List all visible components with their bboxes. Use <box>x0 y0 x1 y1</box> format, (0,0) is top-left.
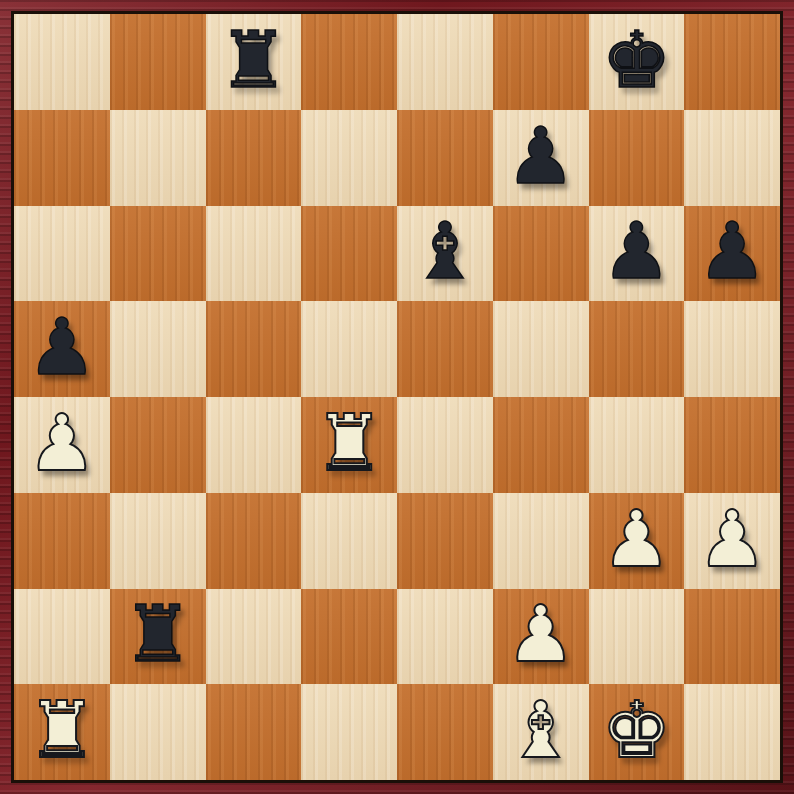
square-e7[interactable] <box>397 110 493 206</box>
square-e4[interactable] <box>397 397 493 493</box>
square-h4[interactable] <box>684 397 780 493</box>
square-h2[interactable] <box>684 589 780 685</box>
square-b2[interactable]: ♜ <box>110 589 206 685</box>
square-b8[interactable] <box>110 14 206 110</box>
square-f4[interactable] <box>493 397 589 493</box>
square-g1[interactable]: ♚ <box>589 684 685 780</box>
square-h8[interactable] <box>684 14 780 110</box>
square-f6[interactable] <box>493 206 589 302</box>
square-d6[interactable] <box>301 206 397 302</box>
square-b6[interactable] <box>110 206 206 302</box>
square-d7[interactable] <box>301 110 397 206</box>
square-g8[interactable]: ♚ <box>589 14 685 110</box>
square-d5[interactable] <box>301 301 397 397</box>
square-e6[interactable]: ♝ <box>397 206 493 302</box>
piece-black-rook[interactable]: ♜ <box>218 21 288 99</box>
square-g3[interactable]: ♟ <box>589 493 685 589</box>
square-c5[interactable] <box>206 301 302 397</box>
square-g6[interactable]: ♟ <box>589 206 685 302</box>
square-f7[interactable]: ♟ <box>493 110 589 206</box>
board-outline: ♜♚♟♝♟♟♟♟♜♟♟♜♟♜♝♚ <box>11 11 783 783</box>
square-d1[interactable] <box>301 684 397 780</box>
square-f1[interactable]: ♝ <box>493 684 589 780</box>
square-e2[interactable] <box>397 589 493 685</box>
piece-black-rook[interactable]: ♜ <box>123 595 193 673</box>
piece-white-pawn[interactable]: ♟ <box>697 500 767 578</box>
square-a4[interactable]: ♟ <box>14 397 110 493</box>
square-h5[interactable] <box>684 301 780 397</box>
square-b1[interactable] <box>110 684 206 780</box>
piece-black-pawn[interactable]: ♟ <box>506 117 576 195</box>
square-d4[interactable]: ♜ <box>301 397 397 493</box>
square-b3[interactable] <box>110 493 206 589</box>
piece-white-bishop[interactable]: ♝ <box>506 691 576 769</box>
square-g4[interactable] <box>589 397 685 493</box>
square-h1[interactable] <box>684 684 780 780</box>
square-c7[interactable] <box>206 110 302 206</box>
piece-white-pawn[interactable]: ♟ <box>601 500 671 578</box>
square-e8[interactable] <box>397 14 493 110</box>
square-a8[interactable] <box>14 14 110 110</box>
piece-black-pawn[interactable]: ♟ <box>601 212 671 290</box>
square-h7[interactable] <box>684 110 780 206</box>
square-c4[interactable] <box>206 397 302 493</box>
square-g5[interactable] <box>589 301 685 397</box>
square-a5[interactable]: ♟ <box>14 301 110 397</box>
square-e1[interactable] <box>397 684 493 780</box>
square-a6[interactable] <box>14 206 110 302</box>
piece-black-pawn[interactable]: ♟ <box>697 212 767 290</box>
square-a3[interactable] <box>14 493 110 589</box>
square-f5[interactable] <box>493 301 589 397</box>
square-b7[interactable] <box>110 110 206 206</box>
square-h3[interactable]: ♟ <box>684 493 780 589</box>
chess-board: ♜♚♟♝♟♟♟♟♜♟♟♜♟♜♝♚ <box>14 14 780 780</box>
square-f8[interactable] <box>493 14 589 110</box>
piece-white-pawn[interactable]: ♟ <box>506 595 576 673</box>
piece-black-pawn[interactable]: ♟ <box>27 308 97 386</box>
square-e5[interactable] <box>397 301 493 397</box>
square-e3[interactable] <box>397 493 493 589</box>
square-f2[interactable]: ♟ <box>493 589 589 685</box>
piece-white-rook[interactable]: ♜ <box>314 404 384 482</box>
square-c2[interactable] <box>206 589 302 685</box>
piece-white-king[interactable]: ♚ <box>601 691 671 769</box>
square-h6[interactable]: ♟ <box>684 206 780 302</box>
square-c6[interactable] <box>206 206 302 302</box>
square-d2[interactable] <box>301 589 397 685</box>
square-d3[interactable] <box>301 493 397 589</box>
board-frame: ♜♚♟♝♟♟♟♟♜♟♟♜♟♜♝♚ <box>0 0 794 794</box>
square-g7[interactable] <box>589 110 685 206</box>
square-g2[interactable] <box>589 589 685 685</box>
piece-black-king[interactable]: ♚ <box>601 21 671 99</box>
piece-black-bishop[interactable]: ♝ <box>410 212 480 290</box>
square-a2[interactable] <box>14 589 110 685</box>
square-b4[interactable] <box>110 397 206 493</box>
square-d8[interactable] <box>301 14 397 110</box>
piece-white-rook[interactable]: ♜ <box>27 691 97 769</box>
square-f3[interactable] <box>493 493 589 589</box>
square-c8[interactable]: ♜ <box>206 14 302 110</box>
square-c3[interactable] <box>206 493 302 589</box>
square-c1[interactable] <box>206 684 302 780</box>
square-a1[interactable]: ♜ <box>14 684 110 780</box>
square-b5[interactable] <box>110 301 206 397</box>
piece-white-pawn[interactable]: ♟ <box>27 404 97 482</box>
square-a7[interactable] <box>14 110 110 206</box>
